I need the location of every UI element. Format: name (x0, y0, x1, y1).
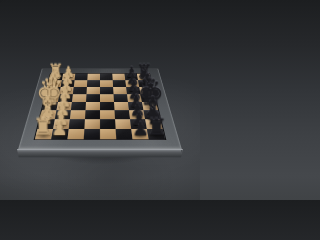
square-b3 (74, 80, 88, 87)
slate-frame: ♜♟♟♜♞♟♟♞♝♟♟♝♛♟♟♛♚♟♟♚♝♟♟♝♞♟♟♞♜♟♟♜ (18, 69, 182, 149)
square-h2: ♟ (51, 129, 69, 139)
board-front-edge (17, 149, 183, 158)
square-f3 (70, 110, 86, 119)
square-g5 (100, 119, 116, 129)
square-f4 (85, 110, 100, 119)
square-g4 (84, 119, 100, 129)
square-f6 (115, 110, 131, 119)
square-b4 (87, 80, 100, 87)
square-b6 (113, 80, 127, 87)
square-d6 (114, 94, 128, 102)
square-e3 (71, 102, 86, 110)
square-h4 (84, 129, 100, 139)
square-c5 (100, 87, 114, 94)
square-h5 (100, 129, 116, 139)
chess-board: ♜♟♟♜♞♟♟♞♝♟♟♝♛♟♟♛♚♟♟♚♝♟♟♝♞♟♟♞♜♟♟♜ (18, 69, 182, 149)
square-a5 (100, 74, 113, 80)
square-d3 (72, 94, 86, 102)
square-h3 (67, 129, 84, 139)
square-f5 (100, 110, 115, 119)
square-h8: ♜ (147, 129, 165, 139)
square-h6 (116, 129, 133, 139)
square-c6 (113, 87, 127, 94)
square-a4 (87, 74, 100, 80)
square-b5 (100, 80, 113, 87)
photo-scene: ♜♟♟♜♞♟♟♞♝♟♟♝♛♟♟♛♚♟♟♚♝♟♟♝♞♟♟♞♜♟♟♜ (0, 0, 200, 200)
square-e4 (85, 102, 100, 110)
square-d5 (100, 94, 114, 102)
square-g3 (69, 119, 85, 129)
square-c3 (73, 87, 87, 94)
square-c4 (86, 87, 100, 94)
white-pawn: ♟ (51, 120, 68, 139)
square-a3 (75, 74, 88, 80)
square-e5 (100, 102, 115, 110)
square-a6 (112, 74, 125, 80)
black-rook: ♜ (146, 115, 167, 138)
square-d4 (86, 94, 100, 102)
square-g6 (115, 119, 131, 129)
chess-board-grid: ♜♟♟♜♞♟♟♞♝♟♟♝♛♟♟♛♚♟♟♚♝♟♟♝♞♟♟♞♜♟♟♜ (35, 74, 165, 140)
square-e6 (114, 102, 129, 110)
